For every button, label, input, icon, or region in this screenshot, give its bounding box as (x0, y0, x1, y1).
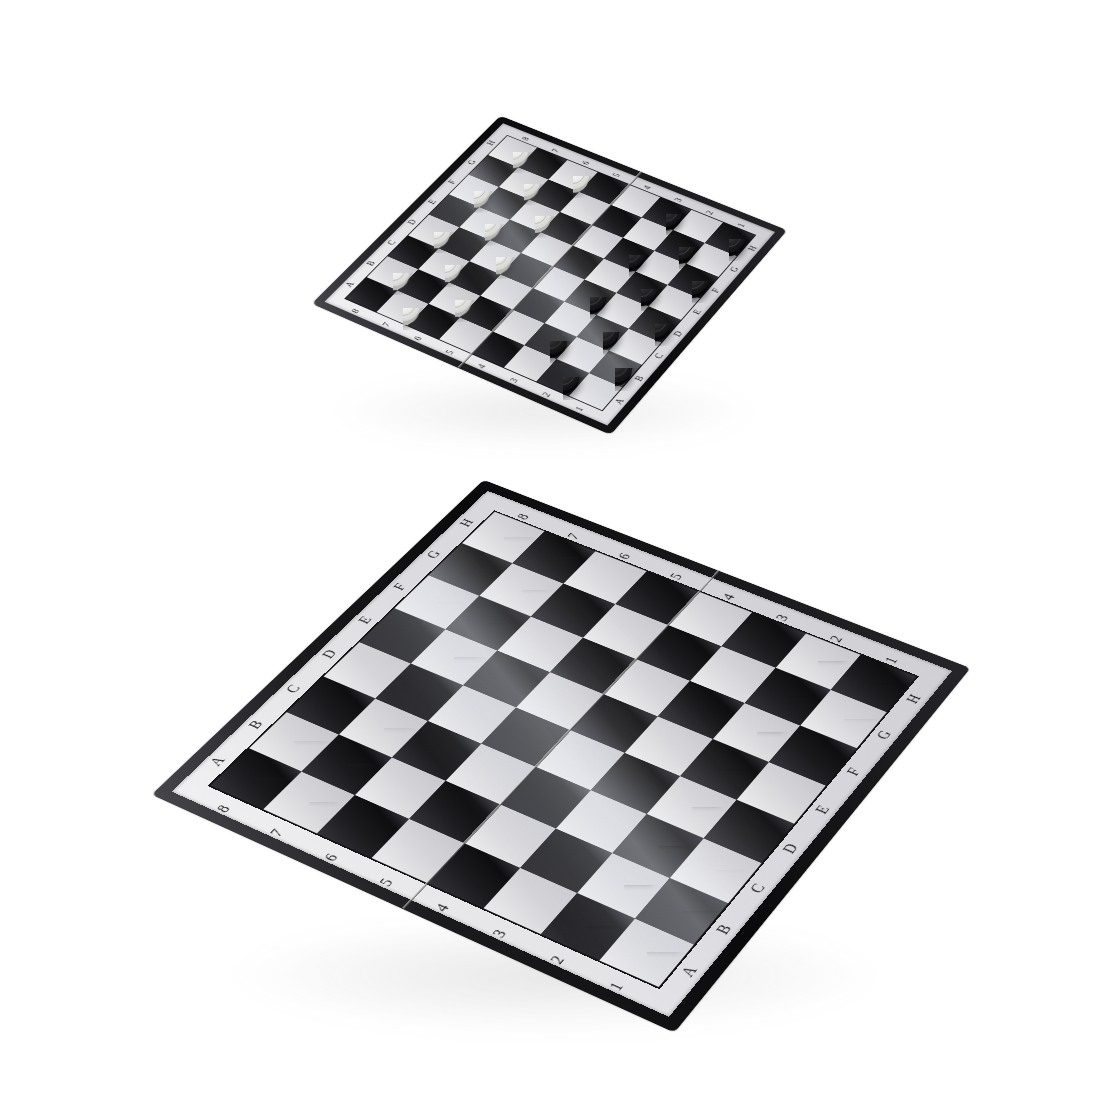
white-checker (479, 236, 513, 270)
rank-label-left-6: 6 (319, 849, 345, 866)
black-checker (625, 268, 659, 302)
rank-label-left-5: 5 (440, 345, 459, 359)
black-checker (713, 218, 747, 252)
product-photo-canvas: AA88BB77CC66DD55EE44FF33GG22HH11 ♜♞♝♛♚♝♞… (0, 0, 1100, 1100)
file-label-bottom-h: H (902, 691, 926, 706)
white-checker (457, 170, 490, 203)
rank-label-left-4: 4 (430, 899, 456, 917)
black-checker (663, 226, 697, 260)
rank-label-left-2: 2 (545, 951, 571, 969)
white-checker (386, 287, 420, 321)
white-checker (427, 244, 461, 278)
rank-label-right-4: 4 (718, 590, 741, 604)
white-checker (438, 279, 472, 313)
black-checker (638, 303, 673, 338)
rank-label-left-6: 6 (408, 332, 426, 346)
rank-label-left-1: 1 (570, 402, 589, 416)
black-checker (676, 260, 710, 294)
rank-label-left-3: 3 (504, 373, 523, 387)
rank-label-left-5: 5 (374, 874, 400, 891)
white-checker (496, 131, 529, 164)
rank-label-left-3: 3 (487, 925, 513, 943)
white-checker (468, 203, 501, 236)
checkers-board: AA88BB77CC66DD55EE44FF33GG22HH11 (312, 116, 787, 435)
black-checker (598, 347, 633, 382)
white-checker (507, 163, 540, 196)
square-h5 (579, 172, 629, 204)
square-g2 (654, 230, 704, 264)
chess-board-scene: ♜♞♝♛♚♝♞♜♟♟♟♟♟♟♟♟♟♟♟♟♟♟♟♟♜♞♝♛♚♝♞♜ AA88BB7… (273, 433, 867, 1027)
black-checker (573, 276, 607, 310)
rank-label-left-8: 8 (346, 304, 364, 317)
chess-board: ♜♞♝♛♚♝♞♜♟♟♟♟♟♟♟♟♟♟♟♟♟♟♟♟♜♞♝♛♚♝♞♜ AA88BB7… (152, 480, 971, 1033)
file-label-bottom-a: A (677, 962, 703, 980)
black-checker (612, 234, 646, 268)
rank-label-left-8: 8 (211, 801, 236, 818)
black-rook: ♜ (595, 853, 699, 958)
chess-grid: ♜♞♝♛♚♝♞♜♟♟♟♟♟♟♟♟♟♟♟♟♟♟♟♟♜♞♝♛♚♝♞♜ (208, 510, 919, 989)
chess-board-surface: ♜♞♝♛♚♝♞♜♟♟♟♟♟♟♟♟♟♟♟♟♟♟♟♟♜♞♝♛♚♝♞♜ AA88BB7… (172, 491, 952, 1017)
file-label-bottom-b: B (712, 921, 738, 939)
checkers-board-scene: AA88BB77CC66DD55EE44FF33GG22HH11 (380, 94, 725, 439)
file-label-bottom-g: G (873, 727, 897, 743)
square-a1: ♜ (599, 919, 694, 987)
black-checker (545, 355, 580, 390)
checkers-board-surface: AA88BB77CC66DD55EE44FF33GG22HH11 (324, 123, 775, 425)
white-checker (518, 195, 551, 228)
checkers-grid (344, 135, 756, 411)
black-checker (650, 193, 683, 226)
black-checker (585, 311, 620, 346)
black-checker (533, 319, 568, 354)
white-checker (417, 211, 451, 245)
file-label-bottom-c: C (745, 880, 770, 897)
white-pawn: ♟ (267, 722, 352, 807)
rank-label-left-2: 2 (537, 387, 556, 401)
white-checker (557, 156, 590, 189)
rank-label-left-1: 1 (604, 977, 630, 996)
rank-label-left-7: 7 (264, 825, 289, 842)
rank-label-left-7: 7 (377, 318, 395, 332)
file-label-bottom-d: D (778, 840, 803, 857)
white-checker (376, 252, 410, 286)
